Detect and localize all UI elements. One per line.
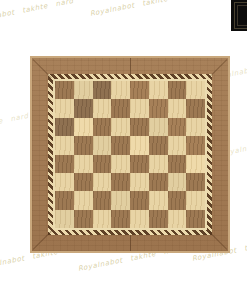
square-e3[interactable] xyxy=(130,173,149,191)
square-e4[interactable] xyxy=(130,155,149,173)
square-a8[interactable] xyxy=(55,81,74,99)
square-b2[interactable] xyxy=(74,191,93,209)
square-d6[interactable] xyxy=(111,118,130,136)
board-frame xyxy=(32,58,228,251)
logo-inner-ring xyxy=(237,5,247,26)
square-f3[interactable] xyxy=(149,173,168,191)
square-f2[interactable] xyxy=(149,191,168,209)
board-edge xyxy=(30,56,230,253)
square-a1[interactable] xyxy=(55,210,74,228)
square-c8[interactable] xyxy=(93,81,112,99)
square-g3[interactable] xyxy=(168,173,187,191)
square-b3[interactable] xyxy=(74,173,93,191)
square-d4[interactable] xyxy=(111,155,130,173)
square-a5[interactable] xyxy=(55,136,74,154)
square-g6[interactable] xyxy=(168,118,187,136)
square-c1[interactable] xyxy=(93,210,112,228)
watermark-text: Royalnabot takhte nard xyxy=(89,0,194,18)
square-g2[interactable] xyxy=(168,191,187,209)
square-h8[interactable] xyxy=(186,81,205,99)
square-h1[interactable] xyxy=(186,210,205,228)
square-d1[interactable] xyxy=(111,210,130,228)
square-b4[interactable] xyxy=(74,155,93,173)
square-c5[interactable] xyxy=(93,136,112,154)
square-a6[interactable] xyxy=(55,118,74,136)
square-f5[interactable] xyxy=(149,136,168,154)
square-h4[interactable] xyxy=(186,155,205,173)
square-c6[interactable] xyxy=(93,118,112,136)
square-f7[interactable] xyxy=(149,99,168,117)
frame-miter-bottom-right xyxy=(208,231,227,250)
nested-squares-logo xyxy=(231,0,247,31)
square-h6[interactable] xyxy=(186,118,205,136)
square-d3[interactable] xyxy=(111,173,130,191)
square-f6[interactable] xyxy=(149,118,168,136)
square-d8[interactable] xyxy=(111,81,130,99)
square-d2[interactable] xyxy=(111,191,130,209)
square-h3[interactable] xyxy=(186,173,205,191)
product-photo: Royalnabot takhte nard Royalnabot takhte… xyxy=(0,0,247,296)
square-b1[interactable] xyxy=(74,210,93,228)
square-d5[interactable] xyxy=(111,136,130,154)
square-f1[interactable] xyxy=(149,210,168,228)
square-e8[interactable] xyxy=(130,81,149,99)
square-h2[interactable] xyxy=(186,191,205,209)
square-a2[interactable] xyxy=(55,191,74,209)
square-b5[interactable] xyxy=(74,136,93,154)
chess-board-grid xyxy=(55,81,205,228)
inlay-line xyxy=(53,79,207,230)
square-d7[interactable] xyxy=(111,99,130,117)
watermark-text: Royalnabot takhte nard xyxy=(0,112,29,140)
square-e2[interactable] xyxy=(130,191,149,209)
square-g5[interactable] xyxy=(168,136,187,154)
square-e6[interactable] xyxy=(130,118,149,136)
square-c3[interactable] xyxy=(93,173,112,191)
square-f4[interactable] xyxy=(149,155,168,173)
square-c2[interactable] xyxy=(93,191,112,209)
square-b7[interactable] xyxy=(74,99,93,117)
frame-miter-bottom-left xyxy=(33,231,52,250)
square-c4[interactable] xyxy=(93,155,112,173)
square-e1[interactable] xyxy=(130,210,149,228)
square-b6[interactable] xyxy=(74,118,93,136)
square-g7[interactable] xyxy=(168,99,187,117)
square-a3[interactable] xyxy=(55,173,74,191)
frame-miter-top-right xyxy=(208,59,227,78)
chess-board xyxy=(30,56,230,253)
square-e7[interactable] xyxy=(130,99,149,117)
folding-seam-bottom xyxy=(130,235,131,251)
square-g8[interactable] xyxy=(168,81,187,99)
square-h5[interactable] xyxy=(186,136,205,154)
square-g4[interactable] xyxy=(168,155,187,173)
frame-miter-top-left xyxy=(33,59,52,78)
rope-inlay-border xyxy=(48,74,212,235)
square-e5[interactable] xyxy=(130,136,149,154)
square-f8[interactable] xyxy=(149,81,168,99)
folding-seam-top xyxy=(130,58,131,74)
watermark-text: Royalnabot takhte nard xyxy=(0,0,74,25)
square-g1[interactable] xyxy=(168,210,187,228)
square-a4[interactable] xyxy=(55,155,74,173)
square-c7[interactable] xyxy=(93,99,112,117)
square-h7[interactable] xyxy=(186,99,205,117)
square-b8[interactable] xyxy=(74,81,93,99)
square-a7[interactable] xyxy=(55,99,74,117)
